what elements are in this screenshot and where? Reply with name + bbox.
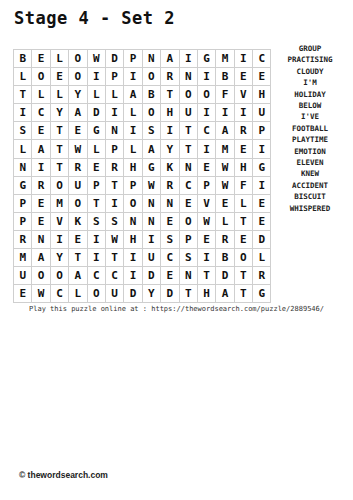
grid-cell: O [180, 86, 197, 103]
grid-cell: O [124, 195, 141, 212]
grid-cell: O [143, 104, 160, 121]
grid-cell: I [216, 104, 233, 121]
grid-cell: C [106, 267, 123, 284]
word-item: BELOW [270, 100, 350, 111]
grid-cell: D [216, 267, 233, 284]
grid-cell: L [32, 86, 49, 103]
grid-cell: S [161, 231, 178, 248]
grid-cell: E [235, 68, 252, 85]
grid-cell: I [198, 140, 215, 157]
grid-cell: A [216, 285, 233, 302]
grid-cell: C [161, 249, 178, 266]
grid-cell: P [14, 195, 31, 212]
grid-cell: Y [69, 86, 86, 103]
grid-cell: L [253, 249, 270, 266]
grid-cell: T [51, 159, 68, 176]
grid-cell: A [69, 267, 86, 284]
grid-cell: D [161, 285, 178, 302]
grid-cell: C [88, 267, 105, 284]
grid-cell: L [124, 140, 141, 157]
grid-cell: H [124, 159, 141, 176]
grid-cell: I [180, 50, 197, 67]
grid-cell: I [198, 249, 215, 266]
grid-cell: E [253, 68, 270, 85]
grid-cell: W [143, 177, 160, 194]
grid-cell: L [69, 285, 86, 302]
grid-cell: N [143, 195, 160, 212]
grid-cell: D [106, 50, 123, 67]
grid-cell: R [14, 231, 31, 248]
grid-cell: T [69, 249, 86, 266]
grid-cell: G [143, 159, 160, 176]
grid-cell: O [51, 177, 68, 194]
grid-cell: G [198, 50, 215, 67]
grid-cell: A [69, 104, 86, 121]
grid-cell: P [88, 177, 105, 194]
grid-cell: S [88, 213, 105, 230]
grid-cell: G [14, 177, 31, 194]
grid-cell: G [253, 285, 270, 302]
grid-cell: U [69, 177, 86, 194]
grid-cell: C [180, 177, 197, 194]
word-item: I'M [270, 77, 350, 88]
grid-cell: N [180, 267, 197, 284]
grid-cell: I [51, 231, 68, 248]
grid-cell: W [69, 140, 86, 157]
grid-cell: L [14, 140, 31, 157]
grid-cell: T [88, 195, 105, 212]
grid-cell: E [14, 285, 31, 302]
grid-cell: R [235, 122, 252, 139]
grid-cell: N [14, 159, 31, 176]
grid-cell: Y [51, 249, 68, 266]
grid-cell: E [32, 122, 49, 139]
word-item: HOLIDAY [270, 89, 350, 100]
wordsearch-page: Stage 4 - Set 2 BELOWDPNAIGMICLOEOIPIORN… [0, 0, 353, 500]
wordsearch-grid: BELOWDPNAIGMICLOEOIPIORNIBEETLLYLLABTOOF… [13, 49, 271, 303]
grid-cell: O [88, 285, 105, 302]
grid-cell: C [253, 50, 270, 67]
grid-cell: U [143, 249, 160, 266]
grid-cell: T [235, 213, 252, 230]
grid-cell: R [161, 68, 178, 85]
grid-cell: A [32, 140, 49, 157]
grid-cell: O [51, 267, 68, 284]
grid-cell: T [235, 285, 252, 302]
grid-cell: O [235, 249, 252, 266]
grid-cell: A [161, 50, 178, 67]
grid-cell: T [51, 140, 68, 157]
copyright-text: © thewordsearch.com [19, 470, 108, 480]
grid-cell: R [161, 177, 178, 194]
grid-cell: U [106, 285, 123, 302]
grid-cell: N [124, 213, 141, 230]
grid-cell: R [253, 267, 270, 284]
grid-cell: Y [161, 140, 178, 157]
grid-cell: I [143, 231, 160, 248]
grid-cell: E [88, 159, 105, 176]
grid-cell: I [106, 195, 123, 212]
grid-cell: L [51, 86, 68, 103]
grid-cell: H [124, 231, 141, 248]
grid-cell: F [235, 177, 252, 194]
grid-cell: L [106, 86, 123, 103]
grid-cell: L [88, 86, 105, 103]
grid-cell: R [32, 177, 49, 194]
grid-cell: W [106, 231, 123, 248]
grid-cell: E [32, 50, 49, 67]
grid-cell: N [143, 213, 160, 230]
grid-cell: K [161, 159, 178, 176]
grid-cell: L [51, 50, 68, 67]
grid-cell: M [14, 249, 31, 266]
grid-cell: I [124, 249, 141, 266]
grid-cell: A [143, 140, 160, 157]
grid-cell: I [88, 231, 105, 248]
word-item: FOOTBALL [270, 123, 350, 134]
grid-cell: I [198, 104, 215, 121]
grid-cell: D [143, 267, 160, 284]
word-item: PLAYTIME [270, 134, 350, 145]
grid-cell: I [235, 104, 252, 121]
word-item: BISCUIT [270, 191, 350, 202]
grid-cell: V [51, 213, 68, 230]
grid-cell: I [106, 104, 123, 121]
grid-cell: D [253, 231, 270, 248]
grid-cell: P [180, 231, 197, 248]
word-item: EMOTION [270, 146, 350, 157]
word-item: KNEW [270, 168, 350, 179]
word-item: PRACTISING [270, 54, 350, 65]
grid-cell: E [235, 231, 252, 248]
grid-cell: N [180, 159, 197, 176]
grid-cell: I [253, 140, 270, 157]
grid-cell: W [88, 50, 105, 67]
grid-cell: O [69, 50, 86, 67]
grid-cell: N [32, 231, 49, 248]
online-url-note: Play this puzzle online at : https://the… [0, 305, 353, 313]
grid-cell: B [143, 86, 160, 103]
grid-cell: Y [51, 104, 68, 121]
grid-cell: U [180, 104, 197, 121]
grid-cell: N [161, 195, 178, 212]
grid-cell: A [32, 249, 49, 266]
grid-cell: S [14, 122, 31, 139]
grid-cell: E [235, 140, 252, 157]
grid-cell: P [253, 122, 270, 139]
grid-cell: E [69, 231, 86, 248]
grid-cell: I [198, 68, 215, 85]
grid-cell: Y [143, 285, 160, 302]
grid-cell: F [216, 86, 233, 103]
grid-cell: W [198, 213, 215, 230]
grid-cell: P [14, 213, 31, 230]
grid-cell: I [88, 68, 105, 85]
grid-cell: I [14, 104, 31, 121]
grid-cell: R [69, 159, 86, 176]
grid-cell: T [198, 267, 215, 284]
grid-cell: A [124, 86, 141, 103]
grid-cell: G [253, 159, 270, 176]
grid-cell: E [51, 68, 68, 85]
word-item: ELEVEN [270, 157, 350, 168]
grid-cell: E [161, 213, 178, 230]
grid-cell: I [253, 177, 270, 194]
grid-cell: E [216, 195, 233, 212]
grid-cell: E [253, 195, 270, 212]
word-item: GROUP [270, 43, 350, 54]
grid-cell: T [161, 86, 178, 103]
grid-cell: N [106, 122, 123, 139]
grid-cell: P [124, 177, 141, 194]
grid-cell: E [198, 231, 215, 248]
grid-cell: P [124, 50, 141, 67]
grid-cell: B [14, 50, 31, 67]
grid-cell: G [88, 122, 105, 139]
grid-cell: E [198, 159, 215, 176]
grid-cell: I [124, 267, 141, 284]
grid-cell: B [216, 68, 233, 85]
grid-cell: V [198, 195, 215, 212]
grid-cell: L [88, 140, 105, 157]
grid-cell: H [235, 159, 252, 176]
grid-cell: C [32, 104, 49, 121]
grid-cell: T [106, 249, 123, 266]
grid-cell: I [161, 122, 178, 139]
grid-cell: P [106, 140, 123, 157]
grid-cell: E [180, 195, 197, 212]
grid-cell: N [143, 50, 160, 67]
grid-cell: L [216, 213, 233, 230]
grid-cell: A [216, 122, 233, 139]
grid-cell: M [216, 140, 233, 157]
grid-cell: H [161, 104, 178, 121]
grid-cell: I [124, 122, 141, 139]
grid-cell: V [235, 86, 252, 103]
grid-cell: I [32, 159, 49, 176]
grid-cell: O [32, 267, 49, 284]
grid-cell: E [69, 122, 86, 139]
grid-cell: O [69, 195, 86, 212]
grid-cell: T [180, 122, 197, 139]
grid-cell: W [216, 177, 233, 194]
grid-cell: P [106, 68, 123, 85]
grid-cell: E [161, 267, 178, 284]
grid-cell: T [106, 177, 123, 194]
grid-cell: S [180, 249, 197, 266]
grid-cell: O [143, 68, 160, 85]
grid-cell: S [106, 213, 123, 230]
grid-cell: L [235, 195, 252, 212]
grid-cell: O [180, 213, 197, 230]
word-item: I'VE [270, 111, 350, 122]
page-title: Stage 4 - Set 2 [14, 8, 175, 28]
word-item: ACCIDENT [270, 180, 350, 191]
grid-cell: H [198, 285, 215, 302]
grid-cell: W [32, 285, 49, 302]
grid-cell: L [14, 68, 31, 85]
grid-cell: O [69, 68, 86, 85]
grid-cell: T [14, 86, 31, 103]
grid-cell: E [253, 213, 270, 230]
grid-cell: T [51, 122, 68, 139]
grid-cell: T [235, 267, 252, 284]
grid-cell: H [253, 86, 270, 103]
grid-cell: T [180, 285, 197, 302]
word-item: WHISPERED [270, 203, 350, 214]
grid-cell: M [216, 50, 233, 67]
grid-cell: S [143, 122, 160, 139]
grid-cell: M [51, 195, 68, 212]
grid-cell: I [124, 68, 141, 85]
grid-cell: D [88, 104, 105, 121]
grid-cell: P [198, 177, 215, 194]
grid-cell: W [216, 159, 233, 176]
grid-cell: C [51, 285, 68, 302]
grid-cell: L [124, 104, 141, 121]
grid-cell: R [216, 231, 233, 248]
grid-cell: B [216, 249, 233, 266]
grid-cell: R [106, 159, 123, 176]
grid-cell: E [32, 213, 49, 230]
grid-cell: U [14, 267, 31, 284]
grid-cell: D [124, 285, 141, 302]
grid-cell: I [88, 249, 105, 266]
grid-cell: U [253, 104, 270, 121]
grid-cell: N [180, 68, 197, 85]
grid-cell: O [32, 68, 49, 85]
grid-cell: T [180, 140, 197, 157]
grid-cell: I [235, 50, 252, 67]
word-item: CLOUDY [270, 66, 350, 77]
grid-cell: E [32, 195, 49, 212]
grid-cell: C [198, 122, 215, 139]
word-list: GROUPPRACTISINGCLOUDYI'MHOLIDAYBELOWI'VE… [270, 43, 350, 214]
grid-cell: O [198, 86, 215, 103]
grid-cell: K [69, 213, 86, 230]
